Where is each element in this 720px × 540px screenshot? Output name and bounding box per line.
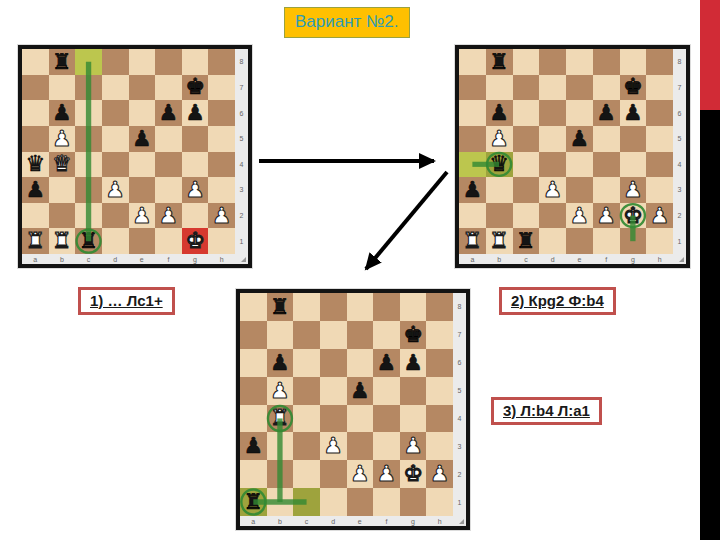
black-queen-a4: ♛: [25, 153, 45, 175]
square-f7: [373, 321, 400, 349]
square-g7: ♚: [182, 75, 209, 101]
white-rook-b1: ♜: [52, 230, 72, 252]
square-b5: ♟: [49, 126, 76, 152]
white-pawn-e2: ♟: [570, 205, 590, 227]
square-g4: [400, 405, 427, 433]
rank-label-5: 5: [673, 126, 686, 152]
square-f3: [155, 177, 182, 203]
square-a8: [459, 49, 486, 75]
square-e6: [566, 100, 593, 126]
square-b6: ♟: [486, 100, 513, 126]
rank-label-8: 8: [235, 49, 248, 75]
square-a5: [240, 377, 267, 405]
square-f8: [155, 49, 182, 75]
square-f4: [373, 405, 400, 433]
square-h7: [208, 75, 235, 101]
file-label-f: f: [593, 254, 620, 264]
square-f1: [593, 228, 620, 254]
file-label-h: h: [646, 254, 673, 264]
square-e2: ♟: [347, 460, 374, 488]
square-d4: [102, 152, 129, 178]
square-g7: ♚: [400, 321, 427, 349]
square-b7: [486, 75, 513, 101]
square-a4: [459, 152, 486, 178]
white-pawn-d3: ♟: [105, 179, 125, 201]
black-rook-c1: ♜: [516, 230, 536, 252]
square-c7: [293, 321, 320, 349]
square-f2: ♟: [593, 203, 620, 229]
square-a8: [240, 293, 267, 321]
square-e3: [129, 177, 156, 203]
square-d8: [102, 49, 129, 75]
white-pawn-g3: ♟: [185, 179, 205, 201]
slide: Вариант №2. ♜♚♟♟♟♟♟♛♛♟♟♟♟♟♟♜♜♜♚ 87654321…: [0, 0, 720, 540]
rank-label-6: 6: [235, 100, 248, 126]
move-label-2: 2) Крg2 Ф:b4: [499, 287, 616, 315]
file-label-g: g: [620, 254, 647, 264]
square-b2: [49, 203, 76, 229]
square-e4: [129, 152, 156, 178]
file-label-e: e: [129, 254, 156, 264]
square-c4: [513, 152, 540, 178]
square-h3: [426, 432, 453, 460]
square-h8: [208, 49, 235, 75]
square-c6: [513, 100, 540, 126]
black-pawn-g6: ♟: [185, 102, 205, 124]
square-c5: [75, 126, 102, 152]
black-pawn-f6: ♟: [159, 102, 179, 124]
black-rook-c1: ♜: [79, 230, 99, 252]
square-g6: ♟: [620, 100, 647, 126]
square-h6: [208, 100, 235, 126]
square-b6: ♟: [267, 349, 294, 377]
square-b5: ♟: [486, 126, 513, 152]
white-king-g2: ♚: [623, 205, 643, 227]
square-a7: [22, 75, 49, 101]
square-a4: [240, 405, 267, 433]
white-rook-a1: ♜: [25, 230, 45, 252]
board-3-rank-coordinates: 87654321: [453, 293, 466, 516]
board-1-squares: ♜♚♟♟♟♟♟♛♛♟♟♟♟♟♟♜♜♜♚: [22, 49, 235, 254]
black-pawn-f6: ♟: [377, 352, 397, 374]
square-d2: [320, 460, 347, 488]
square-d1: [320, 488, 347, 516]
file-label-g: g: [182, 254, 209, 264]
black-rook-b8: ♜: [270, 296, 290, 318]
rank-label-3: 3: [453, 432, 466, 460]
square-f7: [593, 75, 620, 101]
square-a6: [459, 100, 486, 126]
white-pawn-g3: ♟: [623, 179, 643, 201]
black-pawn-b6: ♟: [489, 102, 509, 124]
board-2-resize-handle-icon: [673, 254, 686, 264]
square-g1: [620, 228, 647, 254]
file-label-c: c: [513, 254, 540, 264]
square-b1: [267, 488, 294, 516]
square-b3: [486, 177, 513, 203]
square-e3: [566, 177, 593, 203]
square-e1: [566, 228, 593, 254]
square-c2: [513, 203, 540, 229]
square-g3: ♟: [182, 177, 209, 203]
square-b3: [49, 177, 76, 203]
square-h5: [208, 126, 235, 152]
rank-label-1: 1: [673, 228, 686, 254]
file-label-e: e: [566, 254, 593, 264]
square-g6: ♟: [182, 100, 209, 126]
file-label-g: g: [400, 516, 427, 526]
chessboard-1: ♜♚♟♟♟♟♟♛♛♟♟♟♟♟♟♜♜♜♚ 87654321 abcdefgh: [18, 45, 252, 268]
square-d4: [320, 405, 347, 433]
white-king-g1: ♚: [185, 230, 205, 252]
square-e5: ♟: [566, 126, 593, 152]
square-g8: [620, 49, 647, 75]
rank-label-3: 3: [673, 177, 686, 203]
square-b6: ♟: [49, 100, 76, 126]
white-pawn-f2: ♟: [377, 463, 397, 485]
square-d2: [539, 203, 566, 229]
square-g6: ♟: [400, 349, 427, 377]
square-g2: [182, 203, 209, 229]
square-a1: ♜: [240, 488, 267, 516]
square-e8: [129, 49, 156, 75]
square-h1: [208, 228, 235, 254]
square-c8: [513, 49, 540, 75]
white-rook-b4: ♜: [270, 407, 290, 429]
square-d5: [539, 126, 566, 152]
square-e6: [347, 349, 374, 377]
square-g1: ♚: [182, 228, 209, 254]
white-pawn-h2: ♟: [212, 205, 232, 227]
square-f7: [155, 75, 182, 101]
square-h2: ♟: [426, 460, 453, 488]
square-a2: [459, 203, 486, 229]
file-label-e: e: [347, 516, 374, 526]
square-e5: ♟: [347, 377, 374, 405]
square-a1: ♜: [22, 228, 49, 254]
square-b1: ♜: [49, 228, 76, 254]
square-h3: [646, 177, 673, 203]
square-c7: [75, 75, 102, 101]
white-pawn-e2: ♟: [350, 463, 370, 485]
square-a7: [459, 75, 486, 101]
square-f1: [155, 228, 182, 254]
square-c7: [513, 75, 540, 101]
square-g2: ♚: [620, 203, 647, 229]
black-rook-b8: ♜: [489, 51, 509, 73]
rank-label-6: 6: [453, 349, 466, 377]
board-1-resize-handle-icon: [235, 254, 248, 264]
white-rook-a1: ♜: [463, 230, 483, 252]
rank-label-4: 4: [453, 405, 466, 433]
square-c1: [293, 488, 320, 516]
square-d4: [539, 152, 566, 178]
rank-label-6: 6: [673, 100, 686, 126]
square-e3: [347, 432, 374, 460]
square-b4: ♛: [486, 152, 513, 178]
square-f1: [373, 488, 400, 516]
rank-label-5: 5: [235, 126, 248, 152]
square-f2: ♟: [373, 460, 400, 488]
decor-stripe-black: [700, 110, 720, 540]
square-d3: ♟: [539, 177, 566, 203]
square-h1: [426, 488, 453, 516]
black-pawn-e5: ♟: [570, 128, 590, 150]
square-d3: ♟: [320, 432, 347, 460]
rank-label-7: 7: [453, 321, 466, 349]
square-c3: [293, 432, 320, 460]
square-c5: [513, 126, 540, 152]
square-g3: ♟: [400, 432, 427, 460]
square-d1: [539, 228, 566, 254]
black-rook-b8: ♜: [52, 51, 72, 73]
square-e2: ♟: [566, 203, 593, 229]
square-d7: [320, 321, 347, 349]
square-h4: [426, 405, 453, 433]
black-pawn-g6: ♟: [403, 352, 423, 374]
square-f4: [593, 152, 620, 178]
board-3-squares: ♜♚♟♟♟♟♟♜♟♟♟♟♟♚♟♜: [240, 293, 453, 516]
board-3-file-coordinates: abcdefgh: [240, 516, 453, 526]
square-b3: [267, 432, 294, 460]
square-c4: [293, 405, 320, 433]
board-2-rank-coordinates: 87654321: [673, 49, 686, 254]
square-g5: [620, 126, 647, 152]
square-f4: [155, 152, 182, 178]
square-f6: ♟: [373, 349, 400, 377]
square-b2: [486, 203, 513, 229]
square-c8: [75, 49, 102, 75]
rank-label-5: 5: [453, 377, 466, 405]
square-g3: ♟: [620, 177, 647, 203]
square-d6: [102, 100, 129, 126]
square-d8: [320, 293, 347, 321]
square-d6: [539, 100, 566, 126]
black-pawn-g6: ♟: [623, 102, 643, 124]
square-g4: [620, 152, 647, 178]
rank-label-8: 8: [453, 293, 466, 321]
rank-label-3: 3: [235, 177, 248, 203]
square-a6: [240, 349, 267, 377]
file-label-c: c: [293, 516, 320, 526]
white-pawn-b5: ♟: [270, 380, 290, 402]
square-e8: [566, 49, 593, 75]
board-2-squares: ♜♚♟♟♟♟♟♛♟♟♟♟♟♚♟♜♜♜: [459, 49, 673, 254]
white-pawn-b5: ♟: [489, 128, 509, 150]
square-f2: ♟: [155, 203, 182, 229]
file-label-d: d: [102, 254, 129, 264]
square-a4: ♛: [22, 152, 49, 178]
black-pawn-a3: ♟: [243, 435, 263, 457]
square-b1: ♜: [486, 228, 513, 254]
square-g2: ♚: [400, 460, 427, 488]
rank-label-7: 7: [235, 75, 248, 101]
square-e7: [566, 75, 593, 101]
white-king-g2: ♚: [403, 463, 423, 485]
square-h4: [208, 152, 235, 178]
black-king-g7: ♚: [623, 76, 643, 98]
square-h4: [646, 152, 673, 178]
square-e6: [129, 100, 156, 126]
square-b5: ♟: [267, 377, 294, 405]
file-label-a: a: [459, 254, 486, 264]
file-label-b: b: [267, 516, 294, 526]
square-a5: [459, 126, 486, 152]
file-label-f: f: [155, 254, 182, 264]
white-queen-b4: ♛: [52, 153, 72, 175]
board-2-file-coordinates: abcdefgh: [459, 254, 673, 264]
black-pawn-f6: ♟: [596, 102, 616, 124]
black-queen-b4: ♛: [489, 153, 509, 175]
square-g7: ♚: [620, 75, 647, 101]
white-pawn-h2: ♟: [650, 205, 670, 227]
square-d3: ♟: [102, 177, 129, 203]
chessboard-3: ♜♚♟♟♟♟♟♜♟♟♟♟♟♚♟♜ 87654321 abcdefgh: [236, 289, 470, 530]
square-h8: [426, 293, 453, 321]
square-f6: ♟: [155, 100, 182, 126]
white-pawn-b5: ♟: [52, 128, 72, 150]
square-e4: [347, 405, 374, 433]
square-d6: [320, 349, 347, 377]
rank-label-2: 2: [235, 203, 248, 229]
file-label-d: d: [320, 516, 347, 526]
square-e5: ♟: [129, 126, 156, 152]
square-e8: [347, 293, 374, 321]
file-label-f: f: [373, 516, 400, 526]
square-e1: [129, 228, 156, 254]
square-g5: [400, 377, 427, 405]
black-king-g7: ♚: [403, 324, 423, 346]
slide-title: Вариант №2.: [284, 7, 410, 38]
square-g5: [182, 126, 209, 152]
square-d7: [102, 75, 129, 101]
file-label-b: b: [486, 254, 513, 264]
decor-stripe-red: [700, 0, 720, 110]
white-pawn-f2: ♟: [159, 205, 179, 227]
board-3-resize-handle-icon: [453, 516, 466, 526]
arrow-board2-to-board3: [366, 172, 447, 269]
rank-label-7: 7: [673, 75, 686, 101]
square-c4: [75, 152, 102, 178]
square-e7: [347, 321, 374, 349]
square-h3: [208, 177, 235, 203]
square-h6: [646, 100, 673, 126]
square-c2: [75, 203, 102, 229]
square-c5: [293, 377, 320, 405]
square-a3: ♟: [22, 177, 49, 203]
rank-label-1: 1: [235, 228, 248, 254]
black-pawn-b6: ♟: [52, 102, 72, 124]
square-h5: [426, 377, 453, 405]
square-h7: [646, 75, 673, 101]
square-a6: [22, 100, 49, 126]
white-pawn-e2: ♟: [132, 205, 152, 227]
square-c1: ♜: [513, 228, 540, 254]
square-d7: [539, 75, 566, 101]
black-pawn-e5: ♟: [350, 380, 370, 402]
rank-label-4: 4: [235, 152, 248, 178]
square-a8: [22, 49, 49, 75]
black-pawn-a3: ♟: [25, 179, 45, 201]
black-king-g7: ♚: [185, 76, 205, 98]
black-pawn-b6: ♟: [270, 352, 290, 374]
square-b8: ♜: [49, 49, 76, 75]
square-a2: [22, 203, 49, 229]
square-d8: [539, 49, 566, 75]
square-e7: [129, 75, 156, 101]
square-b2: [267, 460, 294, 488]
square-h8: [646, 49, 673, 75]
square-c1: ♜: [75, 228, 102, 254]
square-c2: [293, 460, 320, 488]
black-pawn-a3: ♟: [463, 179, 483, 201]
square-f6: ♟: [593, 100, 620, 126]
square-d1: [102, 228, 129, 254]
square-g4: [182, 152, 209, 178]
square-g8: [182, 49, 209, 75]
square-b7: [49, 75, 76, 101]
square-e1: [347, 488, 374, 516]
square-a2: [240, 460, 267, 488]
square-a5: [22, 126, 49, 152]
square-g1: [400, 488, 427, 516]
square-h5: [646, 126, 673, 152]
file-label-h: h: [426, 516, 453, 526]
square-b8: ♜: [486, 49, 513, 75]
square-c3: [513, 177, 540, 203]
square-a3: ♟: [459, 177, 486, 203]
black-pawn-e5: ♟: [132, 128, 152, 150]
file-label-a: a: [240, 516, 267, 526]
square-d2: [102, 203, 129, 229]
square-c6: [75, 100, 102, 126]
square-b4: ♛: [49, 152, 76, 178]
move-label-1: 1) … Лc1+: [78, 287, 175, 315]
move-label-3: 3) Л:b4 Л:a1: [491, 397, 602, 425]
file-label-b: b: [49, 254, 76, 264]
board-1-rank-coordinates: 87654321: [235, 49, 248, 254]
rank-label-2: 2: [673, 203, 686, 229]
square-h2: ♟: [208, 203, 235, 229]
square-a3: ♟: [240, 432, 267, 460]
square-c8: [293, 293, 320, 321]
square-f5: [155, 126, 182, 152]
rank-label-4: 4: [673, 152, 686, 178]
black-rook-a1: ♜: [243, 491, 263, 513]
square-c3: [75, 177, 102, 203]
rank-label-8: 8: [673, 49, 686, 75]
file-label-h: h: [208, 254, 235, 264]
square-g8: [400, 293, 427, 321]
white-pawn-h2: ♟: [430, 463, 450, 485]
board-1-file-coordinates: abcdefgh: [22, 254, 235, 264]
file-label-d: d: [539, 254, 566, 264]
white-pawn-d3: ♟: [323, 435, 343, 457]
white-pawn-g3: ♟: [403, 435, 423, 457]
square-f8: [373, 293, 400, 321]
file-label-a: a: [22, 254, 49, 264]
square-f3: [373, 432, 400, 460]
square-c6: [293, 349, 320, 377]
square-f5: [593, 126, 620, 152]
rank-label-2: 2: [453, 460, 466, 488]
square-e2: ♟: [129, 203, 156, 229]
square-h2: ♟: [646, 203, 673, 229]
square-b7: [267, 321, 294, 349]
square-f3: [593, 177, 620, 203]
rank-label-1: 1: [453, 488, 466, 516]
square-b4: ♜: [267, 405, 294, 433]
